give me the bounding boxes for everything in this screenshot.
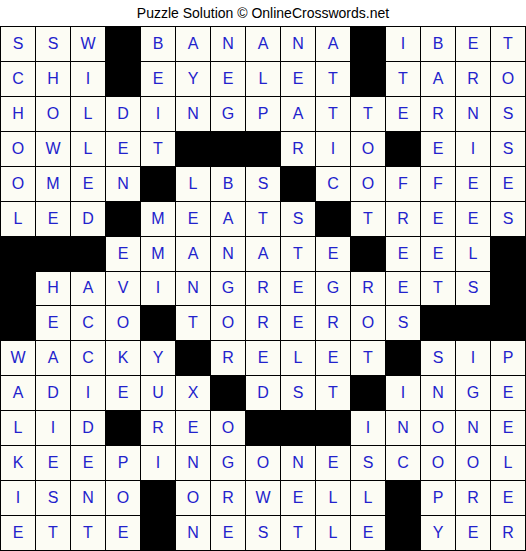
grid-cell-r14c14: R bbox=[456, 481, 490, 515]
grid-cell-r7c5: M bbox=[141, 237, 175, 271]
grid-cell-r14c7: R bbox=[211, 481, 245, 515]
black-square-r11c11 bbox=[351, 376, 385, 410]
grid-cell-r3c2: O bbox=[36, 97, 70, 131]
black-square-r6c4 bbox=[106, 202, 140, 236]
grid-cell-r14c15: E bbox=[491, 481, 525, 515]
grid-cell-r10c5: Y bbox=[141, 341, 175, 375]
black-square-r9c1 bbox=[1, 306, 35, 340]
grid-cell-r15c14: E bbox=[456, 516, 490, 550]
grid-cell-r10c10: E bbox=[316, 341, 350, 375]
grid-cell-r15c3: T bbox=[71, 516, 105, 550]
grid-cell-r3c1: H bbox=[1, 97, 35, 131]
grid-cell-r12c14: N bbox=[456, 411, 490, 445]
grid-cell-r6c14: E bbox=[456, 202, 490, 236]
grid-cell-r14c2: S bbox=[36, 481, 70, 515]
grid-cell-r1c5: B bbox=[141, 27, 175, 61]
crossword-solution-grid: SSWBANANAIBETCHIEYELETTAROHOLDINGPATTERN… bbox=[0, 26, 526, 551]
black-square-r9c15 bbox=[491, 306, 525, 340]
grid-cell-r6c7: A bbox=[211, 202, 245, 236]
grid-cell-r13c12: C bbox=[386, 446, 420, 480]
grid-cell-r15c1: E bbox=[1, 516, 35, 550]
grid-cell-r8c6: N bbox=[176, 272, 210, 306]
grid-cell-r12c6: E bbox=[176, 411, 210, 445]
grid-cell-r6c9: S bbox=[281, 202, 315, 236]
black-square-r8c1 bbox=[1, 272, 35, 306]
grid-cell-r13c7: G bbox=[211, 446, 245, 480]
grid-cell-r13c10: E bbox=[316, 446, 350, 480]
grid-cell-r5c15: E bbox=[491, 167, 525, 201]
grid-cell-r11c6: X bbox=[176, 376, 210, 410]
grid-cell-r7c7: N bbox=[211, 237, 245, 271]
grid-cell-r10c1: W bbox=[1, 341, 35, 375]
grid-cell-r3c3: L bbox=[71, 97, 105, 131]
grid-cell-r4c3: L bbox=[71, 132, 105, 166]
grid-cell-r1c14: E bbox=[456, 27, 490, 61]
grid-cell-r3c5: I bbox=[141, 97, 175, 131]
grid-cell-r15c13: Y bbox=[421, 516, 455, 550]
grid-cell-r2c7: E bbox=[211, 62, 245, 96]
grid-cell-r15c2: T bbox=[36, 516, 70, 550]
grid-cell-r15c6: N bbox=[176, 516, 210, 550]
black-square-r7c11 bbox=[351, 237, 385, 271]
grid-cell-r9c10: R bbox=[316, 306, 350, 340]
grid-cell-r8c3: A bbox=[71, 272, 105, 306]
grid-cell-r2c8: L bbox=[246, 62, 280, 96]
black-square-r4c6 bbox=[176, 132, 210, 166]
grid-cell-r12c15: E bbox=[491, 411, 525, 445]
grid-cell-r9c4: O bbox=[106, 306, 140, 340]
grid-cell-r11c9: S bbox=[281, 376, 315, 410]
grid-cell-r1c8: A bbox=[246, 27, 280, 61]
grid-cell-r5c3: E bbox=[71, 167, 105, 201]
grid-cell-r5c7: B bbox=[211, 167, 245, 201]
grid-cell-r2c12: T bbox=[386, 62, 420, 96]
grid-cell-r6c12: R bbox=[386, 202, 420, 236]
grid-cell-r8c5: I bbox=[141, 272, 175, 306]
grid-cell-r3c12: E bbox=[386, 97, 420, 131]
grid-cell-r1c3: W bbox=[71, 27, 105, 61]
grid-cell-r13c14: O bbox=[456, 446, 490, 480]
black-square-r7c15 bbox=[491, 237, 525, 271]
grid-cell-r15c8: S bbox=[246, 516, 280, 550]
grid-cell-r4c9: R bbox=[281, 132, 315, 166]
grid-cell-r13c9: N bbox=[281, 446, 315, 480]
grid-cell-r3c15: S bbox=[491, 97, 525, 131]
grid-cell-r3c4: D bbox=[106, 97, 140, 131]
black-square-r7c2 bbox=[36, 237, 70, 271]
grid-cell-r11c1: A bbox=[1, 376, 35, 410]
black-square-r9c13 bbox=[421, 306, 455, 340]
grid-cell-r2c10: T bbox=[316, 62, 350, 96]
grid-cell-r7c14: L bbox=[456, 237, 490, 271]
grid-cell-r14c11: L bbox=[351, 481, 385, 515]
grid-cell-r2c15: O bbox=[491, 62, 525, 96]
grid-cell-r13c8: O bbox=[246, 446, 280, 480]
grid-cell-r5c2: M bbox=[36, 167, 70, 201]
grid-cell-r9c6: T bbox=[176, 306, 210, 340]
black-square-r14c12 bbox=[386, 481, 420, 515]
grid-cell-r13c2: E bbox=[36, 446, 70, 480]
grid-cell-r6c13: E bbox=[421, 202, 455, 236]
grid-cell-r3c11: T bbox=[351, 97, 385, 131]
grid-cell-r5c14: E bbox=[456, 167, 490, 201]
grid-cell-r5c12: F bbox=[386, 167, 420, 201]
black-square-r12c4 bbox=[106, 411, 140, 445]
grid-cell-r7c13: E bbox=[421, 237, 455, 271]
black-square-r14c5 bbox=[141, 481, 175, 515]
grid-cell-r8c12: E bbox=[386, 272, 420, 306]
grid-cell-r2c6: Y bbox=[176, 62, 210, 96]
grid-cell-r3c14: N bbox=[456, 97, 490, 131]
grid-cell-r8c11: R bbox=[351, 272, 385, 306]
grid-cell-r12c5: R bbox=[141, 411, 175, 445]
black-square-r1c4 bbox=[106, 27, 140, 61]
grid-cell-r13c4: P bbox=[106, 446, 140, 480]
grid-cell-r11c10: T bbox=[316, 376, 350, 410]
grid-cell-r15c7: E bbox=[211, 516, 245, 550]
grid-cell-r6c11: T bbox=[351, 202, 385, 236]
grid-cell-r10c11: T bbox=[351, 341, 385, 375]
grid-cell-r14c1: I bbox=[1, 481, 35, 515]
black-square-r10c6 bbox=[176, 341, 210, 375]
grid-cell-r5c6: L bbox=[176, 167, 210, 201]
grid-cell-r5c11: O bbox=[351, 167, 385, 201]
grid-cell-r5c13: F bbox=[421, 167, 455, 201]
black-square-r2c11 bbox=[351, 62, 385, 96]
grid-cell-r4c14: I bbox=[456, 132, 490, 166]
grid-cell-r13c1: K bbox=[1, 446, 35, 480]
grid-cell-r8c14: S bbox=[456, 272, 490, 306]
black-square-r5c9 bbox=[281, 167, 315, 201]
page-title: Puzzle Solution © OnlineCrosswords.net bbox=[137, 5, 389, 21]
grid-cell-r11c12: I bbox=[386, 376, 420, 410]
grid-cell-r8c9: E bbox=[281, 272, 315, 306]
grid-cell-r8c7: G bbox=[211, 272, 245, 306]
grid-cell-r11c3: I bbox=[71, 376, 105, 410]
grid-cell-r7c8: A bbox=[246, 237, 280, 271]
grid-cell-r1c9: N bbox=[281, 27, 315, 61]
grid-cell-r3c8: P bbox=[246, 97, 280, 131]
black-square-r15c5 bbox=[141, 516, 175, 550]
grid-cell-r9c3: C bbox=[71, 306, 105, 340]
grid-cell-r6c5: M bbox=[141, 202, 175, 236]
grid-cell-r13c15: L bbox=[491, 446, 525, 480]
black-square-r6c10 bbox=[316, 202, 350, 236]
grid-cell-r15c9: T bbox=[281, 516, 315, 550]
grid-cell-r9c2: E bbox=[36, 306, 70, 340]
grid-cell-r7c10: E bbox=[316, 237, 350, 271]
grid-cell-r1c1: S bbox=[1, 27, 35, 61]
grid-cell-r2c1: C bbox=[1, 62, 35, 96]
black-square-r7c1 bbox=[1, 237, 35, 271]
grid-cell-r4c1: O bbox=[1, 132, 35, 166]
grid-cell-r4c13: E bbox=[421, 132, 455, 166]
grid-cell-r12c3: D bbox=[71, 411, 105, 445]
black-square-r8c15 bbox=[491, 272, 525, 306]
grid-cell-r10c3: C bbox=[71, 341, 105, 375]
grid-cell-r8c4: V bbox=[106, 272, 140, 306]
grid-cell-r1c7: N bbox=[211, 27, 245, 61]
grid-cell-r14c10: L bbox=[316, 481, 350, 515]
grid-cell-r15c15: R bbox=[491, 516, 525, 550]
grid-cell-r6c6: E bbox=[176, 202, 210, 236]
grid-cell-r5c8: S bbox=[246, 167, 280, 201]
grid-cell-r2c14: R bbox=[456, 62, 490, 96]
grid-cell-r8c13: T bbox=[421, 272, 455, 306]
grid-cell-r14c4: O bbox=[106, 481, 140, 515]
grid-cell-r14c3: N bbox=[71, 481, 105, 515]
grid-cell-r10c2: A bbox=[36, 341, 70, 375]
grid-cell-r1c6: A bbox=[176, 27, 210, 61]
grid-cell-r11c15: E bbox=[491, 376, 525, 410]
grid-cell-r12c2: I bbox=[36, 411, 70, 445]
grid-cell-r10c14: I bbox=[456, 341, 490, 375]
grid-cell-r13c11: S bbox=[351, 446, 385, 480]
grid-cell-r4c4: E bbox=[106, 132, 140, 166]
grid-cell-r6c8: T bbox=[246, 202, 280, 236]
grid-cell-r10c9: L bbox=[281, 341, 315, 375]
grid-cell-r9c11: O bbox=[351, 306, 385, 340]
grid-cell-r4c2: W bbox=[36, 132, 70, 166]
grid-cell-r5c10: C bbox=[316, 167, 350, 201]
grid-cell-r6c3: D bbox=[71, 202, 105, 236]
grid-cell-r11c13: N bbox=[421, 376, 455, 410]
grid-cell-r13c6: N bbox=[176, 446, 210, 480]
grid-cell-r3c13: R bbox=[421, 97, 455, 131]
grid-cell-r3c9: A bbox=[281, 97, 315, 131]
black-square-r11c7 bbox=[211, 376, 245, 410]
grid-cell-r4c11: O bbox=[351, 132, 385, 166]
grid-cell-r8c8: R bbox=[246, 272, 280, 306]
grid-cell-r2c9: E bbox=[281, 62, 315, 96]
grid-cell-r7c4: E bbox=[106, 237, 140, 271]
grid-cell-r11c4: E bbox=[106, 376, 140, 410]
grid-cell-r10c7: R bbox=[211, 341, 245, 375]
black-square-r4c7 bbox=[211, 132, 245, 166]
grid-cell-r2c5: E bbox=[141, 62, 175, 96]
black-square-r4c12 bbox=[386, 132, 420, 166]
grid-cell-r3c10: T bbox=[316, 97, 350, 131]
grid-cell-r7c12: E bbox=[386, 237, 420, 271]
black-square-r4c8 bbox=[246, 132, 280, 166]
grid-cell-r11c14: G bbox=[456, 376, 490, 410]
grid-cell-r12c1: L bbox=[1, 411, 35, 445]
grid-cell-r1c15: T bbox=[491, 27, 525, 61]
grid-cell-r3c6: N bbox=[176, 97, 210, 131]
grid-cell-r11c8: D bbox=[246, 376, 280, 410]
grid-cell-r12c11: I bbox=[351, 411, 385, 445]
grid-cell-r7c6: A bbox=[176, 237, 210, 271]
grid-cell-r14c13: P bbox=[421, 481, 455, 515]
grid-cell-r9c12: S bbox=[386, 306, 420, 340]
grid-cell-r2c13: A bbox=[421, 62, 455, 96]
grid-cell-r11c5: U bbox=[141, 376, 175, 410]
grid-cell-r1c2: S bbox=[36, 27, 70, 61]
grid-cell-r6c2: E bbox=[36, 202, 70, 236]
grid-cell-r7c9: T bbox=[281, 237, 315, 271]
grid-cell-r12c12: N bbox=[386, 411, 420, 445]
grid-cell-r4c10: I bbox=[316, 132, 350, 166]
grid-cell-r6c15: S bbox=[491, 202, 525, 236]
grid-cell-r4c5: T bbox=[141, 132, 175, 166]
grid-cell-r15c10: L bbox=[316, 516, 350, 550]
black-square-r5c5 bbox=[141, 167, 175, 201]
black-square-r9c14 bbox=[456, 306, 490, 340]
grid-cell-r15c4: E bbox=[106, 516, 140, 550]
grid-cell-r13c13: O bbox=[421, 446, 455, 480]
grid-cell-r5c4: N bbox=[106, 167, 140, 201]
grid-cell-r13c5: I bbox=[141, 446, 175, 480]
grid-cell-r9c8: R bbox=[246, 306, 280, 340]
grid-cell-r3c7: G bbox=[211, 97, 245, 131]
grid-cell-r1c12: I bbox=[386, 27, 420, 61]
grid-cell-r2c3: I bbox=[71, 62, 105, 96]
grid-cell-r11c2: D bbox=[36, 376, 70, 410]
grid-cell-r8c10: G bbox=[316, 272, 350, 306]
page-header: Puzzle Solution © OnlineCrosswords.net bbox=[0, 0, 526, 26]
grid-cell-r6c1: L bbox=[1, 202, 35, 236]
black-square-r12c9 bbox=[281, 411, 315, 445]
grid-cell-r1c13: B bbox=[421, 27, 455, 61]
grid-cell-r9c9: E bbox=[281, 306, 315, 340]
black-square-r12c10 bbox=[316, 411, 350, 445]
grid-cell-r10c15: P bbox=[491, 341, 525, 375]
grid-cell-r4c15: S bbox=[491, 132, 525, 166]
grid-cell-r14c9: E bbox=[281, 481, 315, 515]
black-square-r15c12 bbox=[386, 516, 420, 550]
grid-cell-r8c2: H bbox=[36, 272, 70, 306]
grid-cell-r2c2: H bbox=[36, 62, 70, 96]
grid-cell-r10c8: E bbox=[246, 341, 280, 375]
grid-cell-r14c6: O bbox=[176, 481, 210, 515]
black-square-r7c3 bbox=[71, 237, 105, 271]
black-square-r10c12 bbox=[386, 341, 420, 375]
grid-cell-r5c1: O bbox=[1, 167, 35, 201]
grid-cell-r9c7: O bbox=[211, 306, 245, 340]
grid-cell-r10c13: S bbox=[421, 341, 455, 375]
grid-cell-r15c11: E bbox=[351, 516, 385, 550]
black-square-r9c5 bbox=[141, 306, 175, 340]
grid-cell-r14c8: W bbox=[246, 481, 280, 515]
grid-cell-r1c10: A bbox=[316, 27, 350, 61]
black-square-r1c11 bbox=[351, 27, 385, 61]
grid-cell-r10c4: K bbox=[106, 341, 140, 375]
grid-cell-r13c3: E bbox=[71, 446, 105, 480]
grid-cell-r12c7: O bbox=[211, 411, 245, 445]
black-square-r2c4 bbox=[106, 62, 140, 96]
grid-cell-r12c13: O bbox=[421, 411, 455, 445]
black-square-r12c8 bbox=[246, 411, 280, 445]
